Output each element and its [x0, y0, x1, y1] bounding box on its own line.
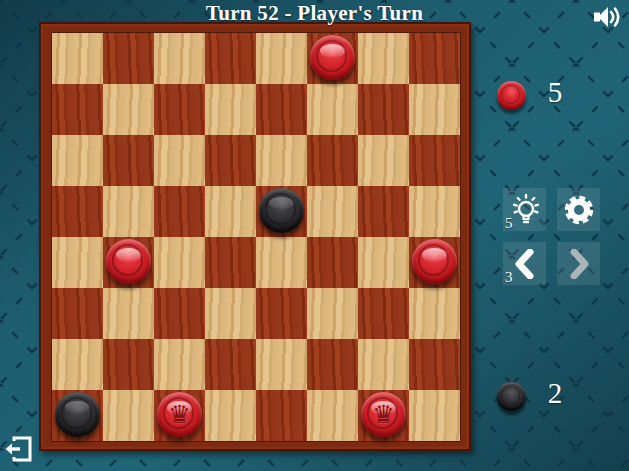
square-6-3[interactable]: [205, 339, 256, 390]
exit-door-icon: [4, 434, 34, 464]
square-4-0[interactable]: [52, 237, 103, 288]
square-0-5[interactable]: [307, 33, 358, 84]
square-5-7[interactable]: [409, 288, 460, 339]
red-king-piece[interactable]: ♛: [157, 392, 202, 437]
square-7-2[interactable]: ♛: [154, 390, 205, 441]
square-5-6[interactable]: [358, 288, 409, 339]
square-7-6[interactable]: ♛: [358, 390, 409, 441]
square-0-1[interactable]: [103, 33, 154, 84]
square-6-5[interactable]: [307, 339, 358, 390]
black-count-piece: [497, 382, 526, 411]
square-3-3[interactable]: [205, 186, 256, 237]
square-2-1[interactable]: [103, 135, 154, 186]
settings-button[interactable]: [557, 188, 600, 231]
square-7-1[interactable]: [103, 390, 154, 441]
black-remaining-count: 2: [540, 377, 570, 410]
square-0-7[interactable]: [409, 33, 460, 84]
king-crown-icon: ♛: [168, 402, 190, 427]
undo-button[interactable]: 3: [503, 242, 546, 285]
king-crown-icon: ♛: [372, 402, 394, 427]
square-1-4[interactable]: [256, 84, 307, 135]
square-2-7[interactable]: [409, 135, 460, 186]
chevron-right-icon: [566, 249, 592, 279]
square-4-5[interactable]: [307, 237, 358, 288]
square-6-2[interactable]: [154, 339, 205, 390]
square-3-5[interactable]: [307, 186, 358, 237]
red-king-piece[interactable]: ♛: [361, 392, 406, 437]
hint-button[interactable]: 5: [503, 188, 546, 231]
hint-count-badge: 5: [505, 215, 513, 232]
square-2-6[interactable]: [358, 135, 409, 186]
square-2-0[interactable]: [52, 135, 103, 186]
red-man-piece[interactable]: [412, 239, 457, 284]
red-man-piece[interactable]: [310, 35, 355, 80]
square-4-3[interactable]: [205, 237, 256, 288]
square-4-1[interactable]: [103, 237, 154, 288]
square-6-0[interactable]: [52, 339, 103, 390]
square-5-2[interactable]: [154, 288, 205, 339]
redo-button[interactable]: [557, 242, 600, 285]
square-4-4[interactable]: [256, 237, 307, 288]
square-0-4[interactable]: [256, 33, 307, 84]
black-man-piece[interactable]: [259, 188, 304, 233]
square-1-5[interactable]: [307, 84, 358, 135]
square-1-3[interactable]: [205, 84, 256, 135]
square-2-5[interactable]: [307, 135, 358, 186]
square-1-0[interactable]: [52, 84, 103, 135]
square-3-0[interactable]: [52, 186, 103, 237]
square-6-1[interactable]: [103, 339, 154, 390]
square-7-0[interactable]: [52, 390, 103, 441]
square-0-2[interactable]: [154, 33, 205, 84]
square-2-3[interactable]: [205, 135, 256, 186]
square-3-4[interactable]: [256, 186, 307, 237]
square-7-4[interactable]: [256, 390, 307, 441]
square-2-2[interactable]: [154, 135, 205, 186]
square-4-6[interactable]: [358, 237, 409, 288]
speaker-on-icon: [592, 4, 624, 30]
square-0-6[interactable]: [358, 33, 409, 84]
red-man-piece[interactable]: [106, 239, 151, 284]
chevron-left-icon: [512, 249, 538, 279]
red-remaining-count: 5: [540, 76, 570, 109]
square-1-7[interactable]: [409, 84, 460, 135]
undo-count-badge: 3: [505, 269, 513, 286]
red-count-piece: [497, 81, 526, 110]
gear-icon: [562, 193, 596, 227]
square-2-4[interactable]: [256, 135, 307, 186]
square-6-6[interactable]: [358, 339, 409, 390]
exit-button[interactable]: [4, 434, 34, 464]
square-5-0[interactable]: [52, 288, 103, 339]
square-5-4[interactable]: [256, 288, 307, 339]
lightbulb-icon: [509, 193, 541, 227]
game-stage: Turn 52 - Player's Turn ♛♛ 5: [0, 0, 629, 471]
black-man-piece[interactable]: [55, 392, 100, 437]
board-grid: ♛♛: [51, 32, 461, 442]
square-5-5[interactable]: [307, 288, 358, 339]
square-6-7[interactable]: [409, 339, 460, 390]
square-6-4[interactable]: [256, 339, 307, 390]
square-4-7[interactable]: [409, 237, 460, 288]
turn-indicator: Turn 52 - Player's Turn: [0, 1, 629, 26]
square-1-2[interactable]: [154, 84, 205, 135]
square-3-1[interactable]: [103, 186, 154, 237]
square-7-3[interactable]: [205, 390, 256, 441]
square-3-2[interactable]: [154, 186, 205, 237]
square-1-1[interactable]: [103, 84, 154, 135]
square-1-6[interactable]: [358, 84, 409, 135]
square-3-7[interactable]: [409, 186, 460, 237]
square-3-6[interactable]: [358, 186, 409, 237]
square-7-7[interactable]: [409, 390, 460, 441]
square-7-5[interactable]: [307, 390, 358, 441]
square-5-3[interactable]: [205, 288, 256, 339]
square-5-1[interactable]: [103, 288, 154, 339]
sound-button[interactable]: [592, 4, 624, 30]
square-4-2[interactable]: [154, 237, 205, 288]
square-0-0[interactable]: [52, 33, 103, 84]
square-0-3[interactable]: [205, 33, 256, 84]
checkers-board: ♛♛: [39, 22, 471, 451]
